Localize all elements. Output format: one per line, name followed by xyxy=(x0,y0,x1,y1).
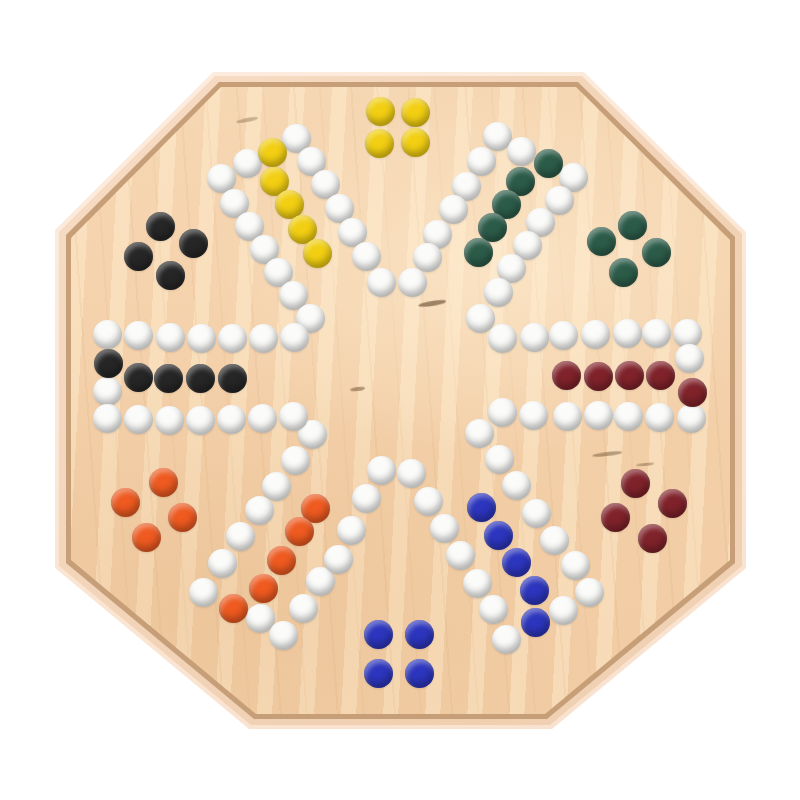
hole-maroon-home[interactable] xyxy=(584,362,613,391)
hole-maroon-base[interactable] xyxy=(601,503,630,532)
hole-track-white[interactable] xyxy=(249,324,278,353)
hole-track-white[interactable] xyxy=(398,268,427,297)
hole-track-white[interactable] xyxy=(367,456,396,485)
hole-track-white[interactable] xyxy=(467,147,496,176)
hole-track-white[interactable] xyxy=(549,596,578,625)
hole-track-white[interactable] xyxy=(269,621,298,650)
hole-black-base[interactable] xyxy=(179,229,208,258)
hole-orange-home[interactable] xyxy=(267,546,296,575)
hole-yellow-base[interactable] xyxy=(401,98,430,127)
hole-orange-base[interactable] xyxy=(149,468,178,497)
hole-maroon-base[interactable] xyxy=(638,524,667,553)
hole-track-white[interactable] xyxy=(93,320,122,349)
hole-black-home[interactable] xyxy=(154,364,183,393)
hole-blue-home[interactable] xyxy=(520,576,549,605)
hole-track-white[interactable] xyxy=(367,268,396,297)
hole-track-white[interactable] xyxy=(248,404,277,433)
hole-green-base[interactable] xyxy=(642,238,671,267)
hole-track-white[interactable] xyxy=(430,514,459,543)
hole-black-home[interactable] xyxy=(218,364,247,393)
hole-track-white[interactable] xyxy=(502,471,531,500)
hole-track-white[interactable] xyxy=(553,402,582,431)
hole-black-base[interactable] xyxy=(124,242,153,271)
hole-track-white[interactable] xyxy=(155,406,184,435)
hole-green-entry[interactable] xyxy=(534,149,563,178)
hole-track-white[interactable] xyxy=(337,516,366,545)
hole-black-home[interactable] xyxy=(124,363,153,392)
hole-orange-base[interactable] xyxy=(168,503,197,532)
hole-track-white[interactable] xyxy=(352,484,381,513)
hole-track-white[interactable] xyxy=(262,472,291,501)
hole-track-white[interactable] xyxy=(446,541,475,570)
hole-blue-entry[interactable] xyxy=(521,608,550,637)
hole-track-white[interactable] xyxy=(614,402,643,431)
hole-track-white[interactable] xyxy=(645,403,674,432)
hole-track-white[interactable] xyxy=(520,323,549,352)
hole-orange-home[interactable] xyxy=(249,574,278,603)
hole-track-white[interactable] xyxy=(439,195,468,224)
hole-track-white[interactable] xyxy=(226,522,255,551)
hole-track-white[interactable] xyxy=(186,406,215,435)
hole-track-white[interactable] xyxy=(463,569,492,598)
hole-blue-home[interactable] xyxy=(467,493,496,522)
hole-track-white[interactable] xyxy=(280,323,309,352)
hole-track-white[interactable] xyxy=(540,526,569,555)
hole-green-home[interactable] xyxy=(464,238,493,267)
hole-track-white[interactable] xyxy=(642,319,671,348)
hole-maroon-home[interactable] xyxy=(552,361,581,390)
hole-blue-base[interactable] xyxy=(364,659,393,688)
hole-track-white[interactable] xyxy=(561,551,590,580)
hole-track-white[interactable] xyxy=(207,164,236,193)
hole-track-white[interactable] xyxy=(613,319,642,348)
hole-track-white[interactable] xyxy=(479,595,508,624)
hole-track-white[interactable] xyxy=(522,499,551,528)
hole-green-base[interactable] xyxy=(609,258,638,287)
hole-blue-home[interactable] xyxy=(502,548,531,577)
hole-track-white[interactable] xyxy=(507,137,536,166)
hole-orange-base[interactable] xyxy=(132,523,161,552)
hole-track-white[interactable] xyxy=(677,404,706,433)
hole-maroon-base[interactable] xyxy=(658,489,687,518)
hole-blue-home[interactable] xyxy=(484,521,513,550)
hole-track-white[interactable] xyxy=(484,278,513,307)
hole-track-white[interactable] xyxy=(581,320,610,349)
hole-track-white[interactable] xyxy=(208,549,237,578)
hole-green-base[interactable] xyxy=(618,211,647,240)
hole-orange-base[interactable] xyxy=(111,488,140,517)
hole-black-home[interactable] xyxy=(186,364,215,393)
hole-blue-base[interactable] xyxy=(405,620,434,649)
hole-green-base[interactable] xyxy=(587,227,616,256)
hole-yellow-entry[interactable] xyxy=(258,138,287,167)
hole-track-white[interactable] xyxy=(549,321,578,350)
hole-track-white[interactable] xyxy=(189,578,218,607)
hole-track-white[interactable] xyxy=(675,344,704,373)
hole-orange-entry[interactable] xyxy=(219,594,248,623)
hole-maroon-home[interactable] xyxy=(615,361,644,390)
hole-track-white[interactable] xyxy=(124,405,153,434)
hole-track-white[interactable] xyxy=(187,324,216,353)
hole-track-white[interactable] xyxy=(492,625,521,654)
hole-track-white[interactable] xyxy=(245,496,274,525)
hole-black-entry[interactable] xyxy=(94,349,123,378)
hole-track-white[interactable] xyxy=(488,398,517,427)
hole-yellow-home[interactable] xyxy=(275,190,304,219)
hole-track-white[interactable] xyxy=(93,377,122,406)
hole-maroon-base[interactable] xyxy=(621,469,650,498)
hole-blue-base[interactable] xyxy=(405,659,434,688)
hole-track-white[interactable] xyxy=(584,401,613,430)
hole-yellow-base[interactable] xyxy=(401,128,430,157)
hole-track-white[interactable] xyxy=(397,459,426,488)
hole-yellow-home[interactable] xyxy=(303,239,332,268)
hole-track-white[interactable] xyxy=(519,401,548,430)
hole-track-white[interactable] xyxy=(324,545,353,574)
hole-track-white[interactable] xyxy=(289,594,318,623)
hole-black-base[interactable] xyxy=(156,261,185,290)
hole-maroon-home[interactable] xyxy=(646,361,675,390)
hole-track-white[interactable] xyxy=(279,402,308,431)
hole-track-white[interactable] xyxy=(575,578,604,607)
board-photo xyxy=(0,0,800,800)
hole-track-white[interactable] xyxy=(156,323,185,352)
hole-maroon-entry[interactable] xyxy=(678,378,707,407)
hole-track-white[interactable] xyxy=(414,487,443,516)
hole-track-white[interactable] xyxy=(466,304,495,333)
hole-track-white[interactable] xyxy=(352,242,381,271)
hole-track-white[interactable] xyxy=(465,419,494,448)
hole-track-white[interactable] xyxy=(218,324,247,353)
hole-track-white[interactable] xyxy=(281,446,310,475)
hole-yellow-base[interactable] xyxy=(365,129,394,158)
hole-orange-home[interactable] xyxy=(285,517,314,546)
hole-green-home[interactable] xyxy=(478,213,507,242)
hole-track-white[interactable] xyxy=(485,445,514,474)
hole-yellow-base[interactable] xyxy=(366,97,395,126)
hole-track-white[interactable] xyxy=(93,404,122,433)
hole-track-white[interactable] xyxy=(488,324,517,353)
hole-track-white[interactable] xyxy=(413,243,442,272)
hole-blue-base[interactable] xyxy=(364,620,393,649)
holes-layer xyxy=(0,0,800,800)
hole-track-white[interactable] xyxy=(124,321,153,350)
hole-black-base[interactable] xyxy=(146,212,175,241)
hole-track-white[interactable] xyxy=(217,405,246,434)
